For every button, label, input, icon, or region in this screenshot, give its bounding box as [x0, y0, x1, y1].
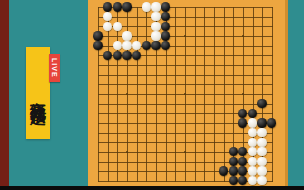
black-stone — [248, 109, 257, 118]
black-stone — [161, 31, 170, 40]
white-stone — [113, 41, 122, 50]
white-stone — [248, 166, 257, 175]
black-stone — [229, 147, 238, 156]
black-stone — [142, 41, 151, 50]
black-stone — [122, 51, 131, 60]
black-stone — [132, 51, 141, 60]
black-stone — [219, 166, 228, 175]
white-stone — [257, 157, 266, 166]
white-stone — [257, 138, 266, 147]
screenshot-root: 高级死活题 LIVE — [0, 0, 304, 190]
black-stone — [103, 2, 112, 11]
go-board[interactable] — [88, 0, 288, 186]
black-stone — [113, 2, 122, 11]
black-stone — [151, 41, 160, 50]
white-stone — [257, 166, 266, 175]
star-point — [184, 151, 187, 154]
white-stone — [132, 41, 141, 50]
black-stone — [122, 2, 131, 11]
black-stone — [93, 41, 102, 50]
black-stone — [238, 147, 247, 156]
white-stone — [122, 41, 131, 50]
black-stone — [161, 41, 170, 50]
white-stone — [257, 128, 266, 137]
white-stone — [248, 147, 257, 156]
black-stone — [103, 51, 112, 60]
black-stone — [161, 12, 170, 21]
white-stone — [151, 31, 160, 40]
black-stone — [229, 157, 238, 166]
black-stone — [267, 118, 276, 127]
star-point — [242, 93, 245, 96]
white-stone — [122, 31, 131, 40]
white-stone — [248, 118, 257, 127]
live-badge: LIVE — [49, 54, 60, 82]
black-stone — [229, 176, 238, 185]
black-stone — [229, 166, 238, 175]
banner-title: 高级死活题 — [26, 88, 50, 98]
star-point — [184, 35, 187, 38]
white-stone — [151, 2, 160, 11]
star-point — [242, 35, 245, 38]
white-stone — [142, 2, 151, 11]
board-intersections — [93, 2, 276, 185]
black-stone — [257, 118, 266, 127]
star-point — [126, 151, 129, 154]
white-stone — [248, 138, 257, 147]
white-stone — [248, 176, 257, 185]
black-stone — [161, 2, 170, 11]
white-stone — [248, 157, 257, 166]
white-stone — [257, 176, 266, 185]
white-stone — [151, 12, 160, 21]
white-stone — [151, 22, 160, 31]
white-stone — [103, 22, 112, 31]
white-stone — [113, 22, 122, 31]
live-badge-label: LIVE — [51, 58, 58, 78]
black-stone — [238, 118, 247, 127]
black-stone — [238, 157, 247, 166]
left-edge-stripe — [0, 0, 9, 190]
bottom-letterbox-strip — [0, 186, 304, 190]
star-point — [184, 93, 187, 96]
black-stone — [93, 31, 102, 40]
white-stone — [103, 12, 112, 21]
black-stone — [257, 99, 266, 108]
black-stone — [238, 109, 247, 118]
black-stone — [161, 22, 170, 31]
white-stone — [257, 147, 266, 156]
title-banner: 高级死活题 — [26, 47, 50, 139]
white-stone — [248, 128, 257, 137]
black-stone — [238, 176, 247, 185]
star-point — [126, 93, 129, 96]
black-stone — [113, 51, 122, 60]
black-stone — [238, 166, 247, 175]
